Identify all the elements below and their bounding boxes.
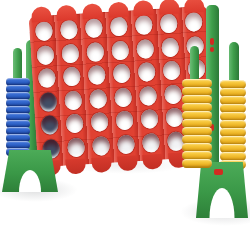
board-cell-r5c3 (86, 110, 112, 135)
board-cell-r6c4 (113, 132, 139, 157)
empty-hole (61, 43, 79, 63)
board-cell-r6c5 (138, 130, 164, 155)
empty-hole (139, 86, 157, 106)
blue-disc-stack (6, 78, 30, 156)
empty-hole (110, 17, 128, 37)
board-scallop (31, 6, 52, 22)
board-cell-r1c2 (56, 17, 82, 42)
empty-hole (113, 64, 131, 84)
board-cell-r3c3 (84, 63, 110, 88)
empty-hole (117, 134, 135, 154)
board-scallop (184, 0, 205, 13)
board-cell-r5c1 (37, 113, 63, 138)
board-cell-r2c5 (132, 36, 158, 61)
board-cell-r4c1 (35, 89, 61, 114)
empty-hole (142, 133, 160, 153)
empty-hole (163, 61, 181, 81)
yellow-disc-stack-rear (220, 80, 246, 169)
board-cell-r3c1 (34, 66, 60, 91)
board-cell-r4c4 (110, 85, 136, 110)
board-scallop (107, 2, 128, 18)
board-cell-r1c7 (181, 10, 207, 35)
foot-arch-cutout (210, 188, 235, 218)
board-cell-r3c4 (109, 61, 135, 86)
board-cell-r2c4 (107, 38, 133, 63)
empty-hole (63, 67, 81, 87)
empty-hole (135, 15, 153, 35)
empty-hole (41, 115, 59, 135)
board-cell-r5c2 (61, 111, 87, 136)
board-scallop (82, 3, 103, 19)
empty-hole (161, 37, 179, 57)
connector-pin (210, 38, 214, 45)
foot-arch-cutout (19, 170, 41, 192)
yellow-disc (182, 159, 212, 168)
board-cell-r2c6 (157, 35, 183, 60)
frame-left-foot (2, 150, 58, 192)
empty-hole (116, 111, 134, 131)
brand-label (214, 169, 223, 175)
empty-hole (38, 68, 56, 88)
board-scallop (158, 0, 179, 15)
board-cell-r6c3 (88, 133, 114, 158)
empty-hole (67, 137, 85, 157)
board-cell-r1c6 (156, 11, 182, 36)
board-cell-r5c5 (136, 107, 162, 132)
board-cell-r2c2 (57, 41, 83, 66)
board-cell-r3c6 (158, 58, 184, 83)
empty-hole (86, 42, 104, 62)
board-cell-r3c5 (133, 60, 159, 85)
empty-hole (36, 45, 54, 65)
empty-hole (89, 89, 107, 109)
board-cell-r1c4 (106, 14, 132, 39)
empty-hole (138, 62, 156, 82)
empty-hole (92, 136, 110, 156)
empty-hole (185, 12, 203, 32)
board-scallop (66, 158, 87, 174)
board-cell-r1c5 (131, 13, 157, 38)
empty-hole (91, 112, 109, 132)
empty-hole (85, 18, 103, 38)
empty-hole (111, 40, 129, 60)
board-cell-r6c2 (63, 135, 89, 160)
board-cell-r2c3 (82, 39, 108, 64)
empty-hole (39, 92, 57, 112)
connector-pin (210, 47, 214, 52)
board-scallop (56, 5, 77, 21)
empty-hole (66, 114, 84, 134)
board-cell-r1c1 (31, 19, 57, 44)
board-scallop (133, 0, 154, 16)
empty-hole (35, 21, 53, 41)
empty-hole (140, 109, 158, 129)
board-cell-r2c1 (32, 42, 58, 67)
yellow-disc-stack-front (182, 79, 212, 168)
empty-hole (114, 87, 132, 107)
empty-hole (64, 90, 82, 110)
board-cell-r1c3 (81, 16, 107, 41)
board-cell-r5c4 (111, 108, 137, 133)
board-cell-r3c2 (59, 64, 85, 89)
empty-hole (88, 65, 106, 85)
empty-hole (165, 108, 183, 128)
board-cell-r4c5 (135, 83, 161, 108)
board-cell-r4c2 (60, 88, 86, 113)
empty-hole (164, 84, 182, 104)
connect-four-product-photo (0, 0, 250, 228)
empty-hole (60, 20, 78, 40)
board-cell-r4c3 (85, 86, 111, 111)
empty-hole (160, 14, 178, 34)
empty-hole (136, 39, 154, 59)
